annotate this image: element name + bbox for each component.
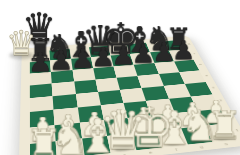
piece-black-pawn-b7[interactable]: ♟ [50,59,72,72]
piece-black-pawn-c7[interactable]: ♟ [71,57,93,70]
chess-set-photo: ♜♞♝♛♚♝♞♜♟♟♟♟♟♟♟♟♟♟♟♟♟♟♟♟♜♞♝♛♚♝♞♜ abcdefg… [0,0,240,155]
black-pawn-icon: ♟ [49,50,73,71]
white-queen-icon: ♛ [6,30,36,57]
black-pawn-icon: ♟ [70,48,94,69]
vinyl-chess-mat: ♜♞♝♛♚♝♞♜♟♟♟♟♟♟♟♟♟♟♟♟♟♟♟♟♜♞♝♛♚♝♞♜ abcdefg… [19,36,240,155]
chess-board[interactable]: ♜♞♝♛♚♝♞♜♟♟♟♟♟♟♟♟♟♟♟♟♟♟♟♟♜♞♝♛♚♝♞♜ [30,40,237,155]
white-rook-icon: ♜ [25,129,62,155]
extra-white-queen[interactable]: ♛ [6,30,36,57]
piece-white-rook-a1[interactable]: ♜ [30,141,57,155]
black-pawn-icon: ♟ [152,42,176,63]
